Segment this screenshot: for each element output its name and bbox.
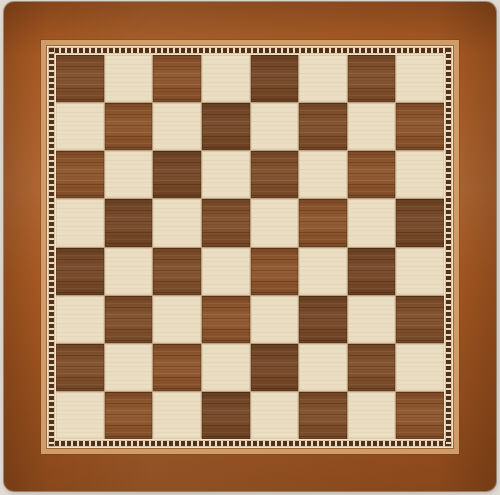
square-r5c4[interactable] bbox=[251, 296, 299, 343]
square-r4c6[interactable] bbox=[348, 248, 396, 295]
square-r6c1[interactable] bbox=[105, 344, 153, 391]
square-r3c5[interactable] bbox=[299, 199, 347, 246]
square-r7c6[interactable] bbox=[348, 392, 396, 439]
square-r2c3[interactable] bbox=[202, 151, 250, 198]
square-r3c4[interactable] bbox=[251, 199, 299, 246]
inlay-border-top bbox=[49, 48, 451, 53]
square-r5c2[interactable] bbox=[153, 296, 201, 343]
square-r0c6[interactable] bbox=[348, 55, 396, 102]
square-r3c6[interactable] bbox=[348, 199, 396, 246]
square-r6c0[interactable] bbox=[56, 344, 104, 391]
inlay-border-left bbox=[49, 48, 54, 446]
inlay-border-bottom bbox=[49, 441, 451, 446]
square-r2c0[interactable] bbox=[56, 151, 104, 198]
square-r6c3[interactable] bbox=[202, 344, 250, 391]
square-r6c4[interactable] bbox=[251, 344, 299, 391]
square-r3c3[interactable] bbox=[202, 199, 250, 246]
chessboard bbox=[56, 55, 444, 439]
square-r4c1[interactable] bbox=[105, 248, 153, 295]
square-r1c4[interactable] bbox=[251, 103, 299, 150]
square-r0c5[interactable] bbox=[299, 55, 347, 102]
square-r3c2[interactable] bbox=[153, 199, 201, 246]
square-r5c7[interactable] bbox=[396, 296, 444, 343]
square-r5c3[interactable] bbox=[202, 296, 250, 343]
square-r0c7[interactable] bbox=[396, 55, 444, 102]
square-r0c0[interactable] bbox=[56, 55, 104, 102]
square-r7c0[interactable] bbox=[56, 392, 104, 439]
square-r3c1[interactable] bbox=[105, 199, 153, 246]
square-r4c7[interactable] bbox=[396, 248, 444, 295]
square-r4c5[interactable] bbox=[299, 248, 347, 295]
square-r2c6[interactable] bbox=[348, 151, 396, 198]
square-r1c0[interactable] bbox=[56, 103, 104, 150]
square-r4c0[interactable] bbox=[56, 248, 104, 295]
square-r7c5[interactable] bbox=[299, 392, 347, 439]
square-r7c1[interactable] bbox=[105, 392, 153, 439]
square-r6c7[interactable] bbox=[396, 344, 444, 391]
square-r1c2[interactable] bbox=[153, 103, 201, 150]
square-r0c4[interactable] bbox=[251, 55, 299, 102]
square-r3c0[interactable] bbox=[56, 199, 104, 246]
square-r7c3[interactable] bbox=[202, 392, 250, 439]
square-r5c1[interactable] bbox=[105, 296, 153, 343]
square-r2c5[interactable] bbox=[299, 151, 347, 198]
square-r3c7[interactable] bbox=[396, 199, 444, 246]
square-r1c5[interactable] bbox=[299, 103, 347, 150]
square-r2c4[interactable] bbox=[251, 151, 299, 198]
square-r2c1[interactable] bbox=[105, 151, 153, 198]
photo-background bbox=[0, 0, 500, 495]
square-r7c7[interactable] bbox=[396, 392, 444, 439]
square-r5c0[interactable] bbox=[56, 296, 104, 343]
square-r6c6[interactable] bbox=[348, 344, 396, 391]
square-r7c4[interactable] bbox=[251, 392, 299, 439]
square-r7c2[interactable] bbox=[153, 392, 201, 439]
square-r4c4[interactable] bbox=[251, 248, 299, 295]
board-frame bbox=[4, 2, 496, 491]
inlay-border-right bbox=[446, 48, 451, 446]
square-r0c2[interactable] bbox=[153, 55, 201, 102]
square-r1c1[interactable] bbox=[105, 103, 153, 150]
square-r1c6[interactable] bbox=[348, 103, 396, 150]
square-r0c3[interactable] bbox=[202, 55, 250, 102]
square-r4c2[interactable] bbox=[153, 248, 201, 295]
square-r6c2[interactable] bbox=[153, 344, 201, 391]
square-r2c7[interactable] bbox=[396, 151, 444, 198]
square-r1c7[interactable] bbox=[396, 103, 444, 150]
square-r4c3[interactable] bbox=[202, 248, 250, 295]
board-field bbox=[47, 46, 453, 448]
square-r1c3[interactable] bbox=[202, 103, 250, 150]
square-r5c6[interactable] bbox=[348, 296, 396, 343]
square-r2c2[interactable] bbox=[153, 151, 201, 198]
square-r5c5[interactable] bbox=[299, 296, 347, 343]
square-r0c1[interactable] bbox=[105, 55, 153, 102]
square-r6c5[interactable] bbox=[299, 344, 347, 391]
